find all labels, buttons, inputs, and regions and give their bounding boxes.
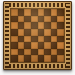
square-d5[interactable] [31,29,38,36]
square-d6[interactable] [31,22,38,29]
inlay-border-bottom [5,64,70,68]
square-a2[interactable] [11,49,18,56]
square-b3[interactable] [18,42,25,49]
inlay-border [5,3,70,68]
square-g4[interactable] [51,36,58,43]
square-f5[interactable] [44,29,51,36]
square-a6[interactable] [11,22,18,29]
square-e8[interactable] [38,9,45,16]
square-b1[interactable] [18,55,25,62]
square-e2[interactable] [38,49,45,56]
square-e5[interactable] [38,29,45,36]
square-f4[interactable] [44,36,51,43]
square-g8[interactable] [51,9,58,16]
square-b5[interactable] [18,29,25,36]
square-h7[interactable] [57,16,64,23]
square-e1[interactable] [38,55,45,62]
square-f7[interactable] [44,16,51,23]
square-h3[interactable] [57,42,64,49]
square-h8[interactable] [57,9,64,16]
square-a1[interactable] [11,55,18,62]
square-b2[interactable] [18,49,25,56]
square-h4[interactable] [57,36,64,43]
square-f6[interactable] [44,22,51,29]
square-c2[interactable] [24,49,31,56]
inlay-border-left [5,3,9,68]
square-a3[interactable] [11,42,18,49]
square-f2[interactable] [44,49,51,56]
square-d8[interactable] [31,9,38,16]
inlay-border-right [66,3,70,68]
square-g2[interactable] [51,49,58,56]
square-h6[interactable] [57,22,64,29]
square-c7[interactable] [24,16,31,23]
square-b8[interactable] [18,9,25,16]
square-d1[interactable] [31,55,38,62]
square-d2[interactable] [31,49,38,56]
square-c5[interactable] [24,29,31,36]
square-a8[interactable] [11,9,18,16]
square-g6[interactable] [51,22,58,29]
square-g1[interactable] [51,55,58,62]
square-e6[interactable] [38,22,45,29]
square-f1[interactable] [44,55,51,62]
square-e7[interactable] [38,16,45,23]
square-d3[interactable] [31,42,38,49]
square-g3[interactable] [51,42,58,49]
square-f3[interactable] [44,42,51,49]
square-d4[interactable] [31,36,38,43]
square-d7[interactable] [31,16,38,23]
square-c4[interactable] [24,36,31,43]
square-f8[interactable] [44,9,51,16]
square-e3[interactable] [38,42,45,49]
chessboard-photo [0,0,75,75]
square-b6[interactable] [18,22,25,29]
board-grid [11,9,64,62]
square-a5[interactable] [11,29,18,36]
square-c3[interactable] [24,42,31,49]
board-frame [3,1,72,70]
inlay-border-top [5,3,70,7]
square-b7[interactable] [18,16,25,23]
square-c6[interactable] [24,22,31,29]
square-e4[interactable] [38,36,45,43]
square-h5[interactable] [57,29,64,36]
square-h1[interactable] [57,55,64,62]
square-a7[interactable] [11,16,18,23]
square-c8[interactable] [24,9,31,16]
square-b4[interactable] [18,36,25,43]
square-g5[interactable] [51,29,58,36]
square-g7[interactable] [51,16,58,23]
square-c1[interactable] [24,55,31,62]
square-a4[interactable] [11,36,18,43]
square-h2[interactable] [57,49,64,56]
